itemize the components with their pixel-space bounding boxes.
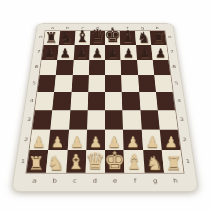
white-pawn-h2: ♟ <box>164 135 177 150</box>
square-b3[interactable] <box>51 110 70 129</box>
rank-label-6: 6 <box>34 65 38 69</box>
square-a7[interactable]: ♟ <box>42 45 59 60</box>
square-a2[interactable]: ♟ <box>30 129 51 150</box>
square-a8[interactable]: ♜ <box>44 31 61 45</box>
square-c5[interactable] <box>71 75 88 92</box>
square-g6[interactable] <box>137 60 154 76</box>
rank-label-4: 4 <box>177 99 181 103</box>
square-b1[interactable]: ♞ <box>46 150 67 172</box>
rank-label-7: 7 <box>37 50 41 54</box>
square-e1[interactable]: ♚ <box>105 150 125 172</box>
square-f6[interactable] <box>121 60 138 76</box>
square-b6[interactable] <box>56 60 73 76</box>
square-c7[interactable]: ♟ <box>73 45 89 60</box>
square-h7[interactable]: ♟ <box>151 45 168 60</box>
black-queen-d8: ♛ <box>89 27 105 45</box>
black-pawn-b7: ♟ <box>60 47 71 60</box>
square-e6[interactable] <box>105 60 121 76</box>
rank-label-1: 1 <box>21 159 26 164</box>
square-e7[interactable]: ♟ <box>105 45 121 60</box>
rank-label-7: 7 <box>170 50 174 54</box>
square-f7[interactable]: ♟ <box>120 45 136 60</box>
square-g5[interactable] <box>138 75 156 92</box>
file-label-d: d <box>93 178 97 184</box>
white-pawn-b2: ♟ <box>51 135 64 150</box>
square-h1[interactable]: ♜ <box>162 150 184 172</box>
square-h2[interactable]: ♟ <box>159 129 180 150</box>
file-label-f: f <box>134 178 137 184</box>
rank-label-8: 8 <box>168 36 172 39</box>
file-label-a: a <box>32 178 37 184</box>
square-d8[interactable]: ♛ <box>90 31 105 45</box>
square-b5[interactable] <box>54 75 72 92</box>
file-label-b: b <box>52 178 57 184</box>
file-label-g: g <box>153 178 158 184</box>
square-f8[interactable]: ♝ <box>120 31 136 45</box>
rank-label-1: 1 <box>185 159 190 164</box>
black-pawn-h7: ♟ <box>155 47 166 60</box>
square-f4[interactable] <box>122 92 140 110</box>
square-a6[interactable] <box>40 60 58 76</box>
square-a4[interactable] <box>35 92 54 110</box>
square-g1[interactable]: ♞ <box>143 150 164 172</box>
black-pawn-d7: ♟ <box>91 47 102 60</box>
white-bishop-f1: ♝ <box>125 152 143 172</box>
black-rook-a8: ♜ <box>45 30 58 45</box>
white-knight-g1: ♞ <box>145 153 162 172</box>
square-d7[interactable]: ♟ <box>89 45 105 60</box>
white-knight-b1: ♞ <box>47 153 64 172</box>
black-king-e8: ♚ <box>104 26 121 45</box>
white-pawn-c2: ♟ <box>70 135 83 150</box>
square-e4[interactable] <box>105 92 123 110</box>
square-d2[interactable]: ♟ <box>86 129 105 150</box>
file-labels-bottom: abcdefgh <box>23 177 187 190</box>
white-queen-d1: ♛ <box>85 150 105 172</box>
rank-label-2: 2 <box>182 138 187 143</box>
square-e3[interactable] <box>105 110 123 129</box>
black-pawn-e7: ♟ <box>107 47 118 60</box>
square-h4[interactable] <box>156 92 175 110</box>
square-e8[interactable]: ♚ <box>105 31 120 45</box>
file-label-h: h <box>173 178 178 184</box>
rank-label-5: 5 <box>175 82 179 86</box>
square-f2[interactable]: ♟ <box>123 129 143 150</box>
square-d3[interactable] <box>87 110 105 129</box>
square-g8[interactable]: ♞ <box>135 31 151 45</box>
black-rook-h8: ♜ <box>152 30 165 45</box>
square-c1[interactable]: ♝ <box>66 150 86 172</box>
square-b4[interactable] <box>52 92 71 110</box>
file-label-e: e <box>113 178 117 184</box>
chess-set-photo: abcdefgh 87654321 ♜♞♝♛♚♝♞♜♟♟♟♟♟♟♟♟♟♟♟♟♟♟… <box>0 0 210 210</box>
white-pawn-f2: ♟ <box>127 135 140 150</box>
white-rook-h1: ♜ <box>165 154 182 172</box>
white-rook-a1: ♜ <box>28 154 45 172</box>
square-h5[interactable] <box>154 75 173 92</box>
square-h6[interactable] <box>152 60 170 76</box>
rank-label-6: 6 <box>172 65 176 69</box>
square-g4[interactable] <box>139 92 158 110</box>
white-king-e1: ♚ <box>104 148 126 172</box>
square-d4[interactable] <box>87 92 105 110</box>
square-c2[interactable]: ♟ <box>67 129 87 150</box>
white-bishop-c1: ♝ <box>66 152 84 172</box>
chess-board: ♜♞♝♛♚♝♞♜♟♟♟♟♟♟♟♟♟♟♟♟♟♟♟♟♜♞♝♛♚♝♞♜ <box>25 31 184 174</box>
black-knight-b8: ♞ <box>60 30 74 45</box>
file-label-c: c <box>73 178 77 184</box>
square-g7[interactable]: ♟ <box>136 45 153 60</box>
square-e5[interactable] <box>105 75 122 92</box>
square-c3[interactable] <box>69 110 88 129</box>
black-bishop-f8: ♝ <box>121 29 135 45</box>
square-h3[interactable] <box>158 110 178 129</box>
rank-label-4: 4 <box>29 99 33 103</box>
square-a5[interactable] <box>37 75 56 92</box>
rank-label-3: 3 <box>27 118 32 123</box>
square-b8[interactable]: ♞ <box>59 31 75 45</box>
square-f1[interactable]: ♝ <box>124 150 144 172</box>
rank-label-3: 3 <box>180 118 185 123</box>
square-h8[interactable]: ♜ <box>150 31 167 45</box>
square-g2[interactable]: ♟ <box>141 129 161 150</box>
square-c6[interactable] <box>72 60 89 76</box>
black-knight-g8: ♞ <box>137 30 151 45</box>
square-g3[interactable] <box>140 110 159 129</box>
vinyl-chess-mat: abcdefgh 87654321 ♜♞♝♛♚♝♞♜♟♟♟♟♟♟♟♟♟♟♟♟♟♟… <box>11 23 199 192</box>
square-b7[interactable]: ♟ <box>58 45 75 60</box>
square-b2[interactable]: ♟ <box>48 129 68 150</box>
square-d5[interactable] <box>88 75 105 92</box>
white-pawn-g2: ♟ <box>145 135 158 150</box>
square-f5[interactable] <box>121 75 138 92</box>
black-pawn-f7: ♟ <box>123 47 134 60</box>
square-d1[interactable]: ♛ <box>85 150 105 172</box>
square-a3[interactable] <box>32 110 52 129</box>
square-f3[interactable] <box>123 110 142 129</box>
square-a1[interactable]: ♜ <box>27 150 49 172</box>
rank-label-2: 2 <box>24 138 29 143</box>
rank-label-5: 5 <box>32 82 36 86</box>
black-pawn-g7: ♟ <box>139 47 150 60</box>
square-d6[interactable] <box>89 60 105 76</box>
black-pawn-a7: ♟ <box>44 47 55 60</box>
square-c4[interactable] <box>70 92 88 110</box>
white-pawn-a2: ♟ <box>32 135 45 150</box>
rank-label-8: 8 <box>39 36 43 39</box>
black-bishop-c8: ♝ <box>75 29 89 45</box>
black-pawn-c7: ♟ <box>76 47 87 60</box>
square-c8[interactable]: ♝ <box>74 31 90 45</box>
